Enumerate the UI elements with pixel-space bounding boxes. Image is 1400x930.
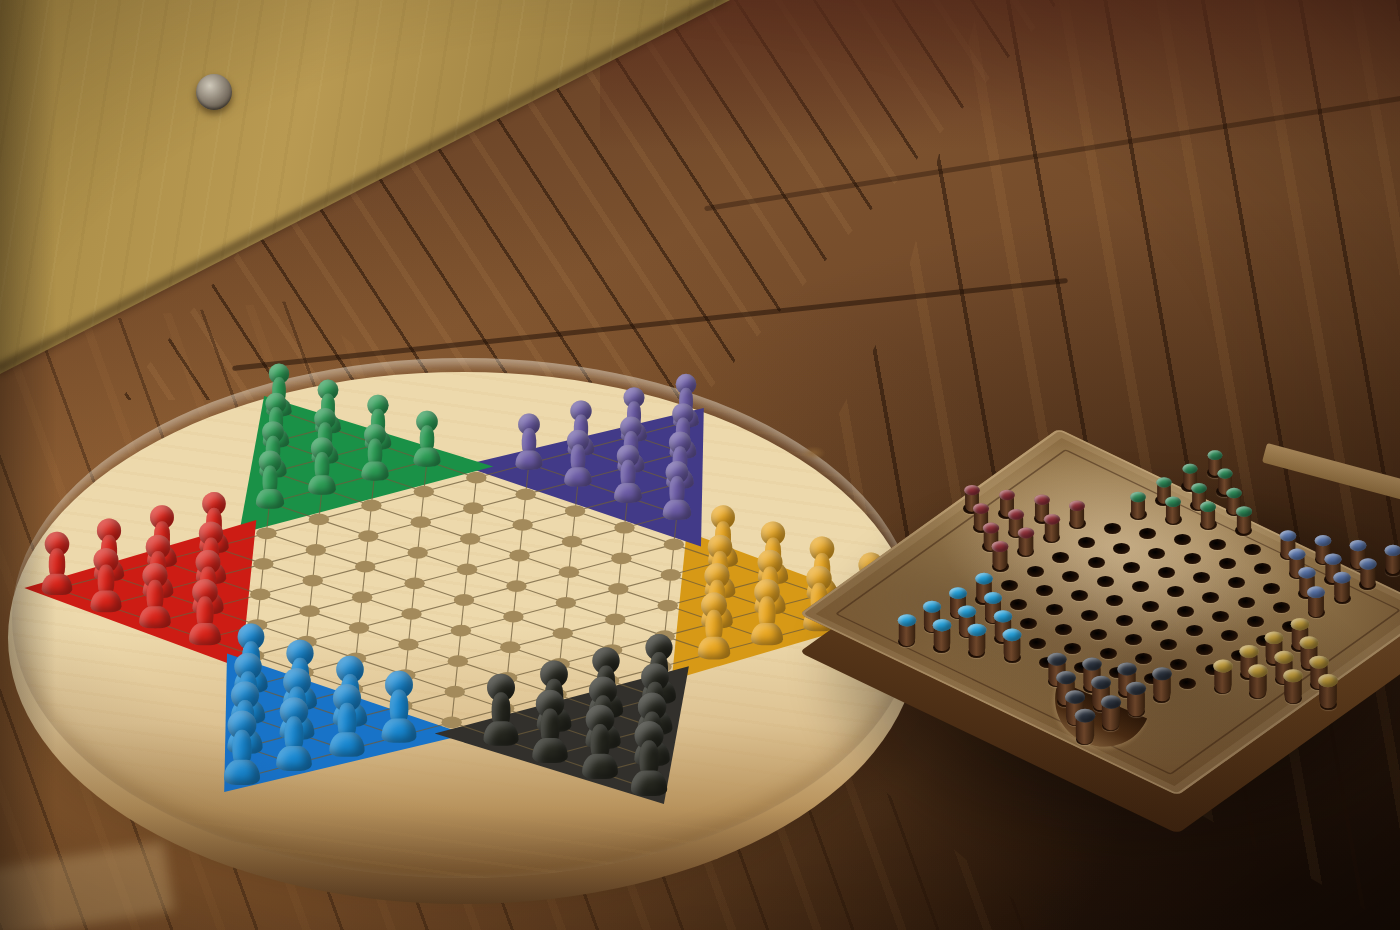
peg-cap — [932, 619, 951, 631]
peg-steel_blue[interactable] — [1333, 572, 1351, 602]
board-hole — [1097, 576, 1114, 587]
peg-cap — [992, 541, 1009, 552]
board-hole — [1238, 597, 1255, 608]
peg-cap — [1165, 496, 1181, 507]
board-hole — [1027, 566, 1044, 577]
board-hole — [1078, 537, 1095, 548]
peg-cap — [984, 592, 1002, 604]
board-hole — [1116, 615, 1133, 626]
peg-cap — [1074, 709, 1095, 723]
board-hole — [1123, 562, 1140, 573]
peg-cyan[interactable] — [968, 624, 987, 656]
board-hole — [1177, 606, 1194, 617]
peg-cap — [1182, 464, 1197, 474]
board-hole — [1046, 604, 1063, 615]
board-hole — [1088, 557, 1105, 568]
peg-cap — [964, 485, 980, 495]
peg-cap — [993, 610, 1011, 622]
board-hole — [1052, 552, 1069, 563]
peg-yellow[interactable] — [1318, 674, 1338, 708]
peg-cap — [1298, 567, 1315, 579]
peg-green[interactable] — [1200, 501, 1216, 528]
peg-green[interactable] — [1235, 506, 1251, 534]
peg-cap — [1350, 540, 1367, 551]
peg-cap — [1126, 681, 1146, 694]
peg-steel_blue[interactable] — [1359, 559, 1376, 589]
board-hole — [1142, 601, 1159, 612]
board-hole — [1135, 653, 1152, 664]
peg-black[interactable] — [1126, 681, 1146, 716]
peg-cap — [1226, 488, 1242, 498]
board-hole — [1202, 592, 1219, 603]
peg-cap — [1283, 669, 1303, 682]
peg-maroon[interactable] — [1043, 514, 1059, 542]
peg-cap — [949, 587, 967, 599]
peg-cap — [1200, 501, 1216, 512]
peg-cap — [923, 600, 941, 612]
board-hole — [1132, 581, 1149, 592]
board-hole — [1139, 528, 1156, 539]
peg-cap — [1008, 509, 1024, 520]
board-hole — [1186, 625, 1203, 636]
peg-maroon[interactable] — [992, 541, 1009, 570]
board-hole — [1170, 659, 1187, 670]
board-hole — [1071, 590, 1088, 601]
board-hole — [1001, 580, 1018, 591]
peg-cap — [1274, 650, 1293, 663]
peg-cap — [897, 614, 916, 626]
peg-cap — [1307, 586, 1325, 598]
peg-yellow[interactable] — [1213, 659, 1233, 693]
board-hole — [1179, 678, 1196, 689]
peg-cap — [1385, 545, 1400, 556]
peg-cap — [1309, 655, 1328, 668]
board-hole — [1151, 620, 1168, 631]
board-hole — [1100, 648, 1117, 659]
board-hole — [1254, 563, 1271, 574]
board-hole — [1106, 595, 1123, 606]
board-hole — [1125, 634, 1142, 645]
photo-layers — [0, 0, 1400, 930]
peg-maroon[interactable] — [1018, 527, 1035, 555]
peg-cap — [1324, 554, 1341, 565]
peg-cap — [1100, 695, 1120, 709]
board-hole — [1167, 586, 1184, 597]
peg-cyan[interactable] — [932, 619, 951, 651]
peg-cap — [1069, 500, 1085, 511]
peg-cap — [1047, 653, 1066, 666]
peg-cap — [1235, 506, 1251, 517]
peg-cap — [1248, 664, 1268, 677]
board-hole — [1174, 534, 1191, 545]
peg-cap — [1065, 690, 1085, 703]
peg-cap — [1213, 659, 1233, 672]
peg-cap — [1130, 491, 1146, 501]
peg-steel_blue[interactable] — [1385, 545, 1400, 574]
peg-yellow[interactable] — [1248, 664, 1268, 698]
board-hole — [1010, 599, 1027, 610]
board-hole — [1148, 548, 1165, 559]
peg-cyan[interactable] — [1003, 629, 1022, 661]
peg-black[interactable] — [1074, 709, 1095, 745]
board-hole — [1113, 543, 1130, 554]
photo-scene — [0, 0, 1400, 930]
peg-cap — [1239, 645, 1258, 658]
board-hole — [1160, 639, 1177, 650]
board-hole — [1263, 583, 1280, 594]
peg-cap — [982, 522, 998, 533]
board-hole — [1090, 629, 1107, 640]
board-hole — [1062, 571, 1079, 582]
board-hole — [1158, 567, 1175, 578]
board-hole — [1020, 618, 1037, 629]
board-hole — [1104, 523, 1121, 534]
board-hole — [1244, 544, 1261, 555]
peg-cyan[interactable] — [897, 614, 916, 646]
board-hole — [1196, 644, 1213, 655]
peg-cap — [1191, 483, 1207, 493]
peg-green[interactable] — [1165, 496, 1181, 523]
board-hole — [1212, 611, 1229, 622]
peg-yellow[interactable] — [1283, 669, 1303, 703]
peg-black[interactable] — [1152, 668, 1172, 702]
board-hole — [1029, 638, 1046, 649]
board-hole — [1273, 602, 1290, 613]
board-hole — [1081, 610, 1098, 621]
peg-black[interactable] — [1100, 695, 1120, 730]
peg-cap — [1018, 527, 1035, 538]
board-hole — [1221, 630, 1238, 641]
board-hole — [1193, 572, 1210, 583]
peg-cap — [1082, 658, 1101, 671]
board-hole — [1184, 553, 1201, 564]
peg-cap — [1280, 530, 1297, 541]
peg-cap — [1291, 618, 1310, 630]
board-hole — [1209, 539, 1226, 550]
board-hole — [1064, 643, 1081, 654]
small-board-holes-and-pegs — [0, 0, 1400, 930]
peg-steel_blue[interactable] — [1307, 586, 1325, 617]
peg-maroon[interactable] — [1069, 500, 1085, 527]
board-hole — [1247, 616, 1264, 627]
board-hole — [1219, 558, 1236, 569]
peg-green[interactable] — [1130, 491, 1146, 518]
peg-cap — [1315, 535, 1332, 546]
peg-cap — [1043, 514, 1059, 525]
board-hole — [1228, 577, 1245, 588]
board-hole — [1036, 585, 1053, 596]
board-hole — [1055, 624, 1072, 635]
